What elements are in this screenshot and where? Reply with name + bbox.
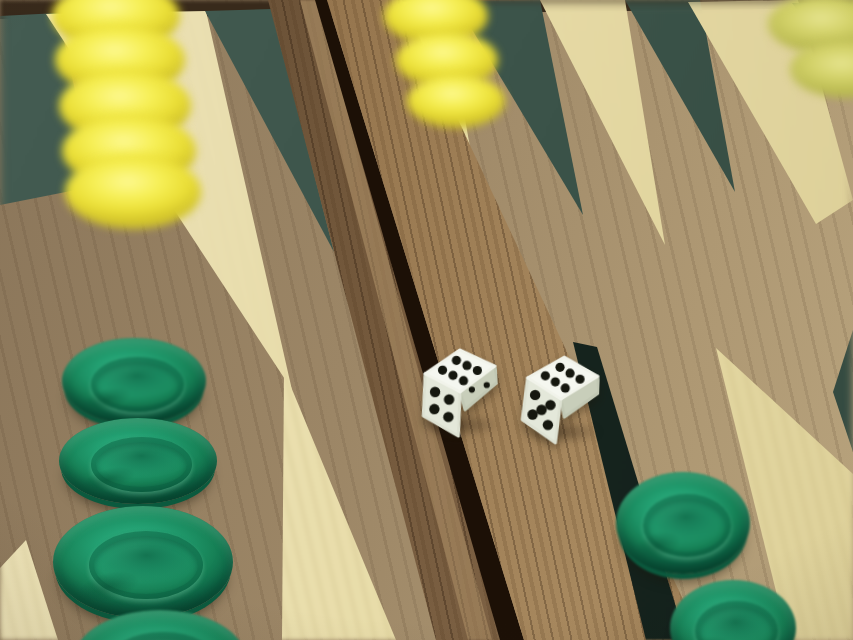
backgammon-board: Backgammon board close-up: two dice on t… xyxy=(0,0,853,640)
dice-layer xyxy=(0,0,853,640)
die-2[interactable] xyxy=(519,348,600,447)
die-1[interactable] xyxy=(418,340,501,440)
